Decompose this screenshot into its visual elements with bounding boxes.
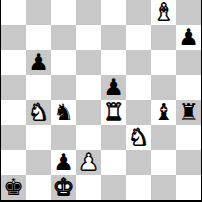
black-pawn-piece: ♟: [28, 50, 49, 75]
square-b7[interactable]: [26, 25, 51, 50]
square-g1[interactable]: [151, 175, 176, 200]
square-e7[interactable]: [101, 25, 126, 50]
square-d3[interactable]: [76, 125, 101, 150]
square-h1[interactable]: [176, 175, 201, 200]
white-knight-piece: ♞: [128, 125, 149, 150]
square-g3[interactable]: [151, 125, 176, 150]
square-c8[interactable]: [51, 0, 76, 25]
square-e6[interactable]: [101, 50, 126, 75]
black-pawn-piece: ♟: [53, 150, 74, 175]
black-pawn-piece: ♟: [103, 75, 124, 100]
chess-board-grid: ♝♟♟♟♞♞♜♝♜♞♟♟♚♚: [1, 0, 201, 200]
square-c7[interactable]: [51, 25, 76, 50]
square-a4[interactable]: [1, 100, 26, 125]
white-rook-piece: ♜: [103, 100, 124, 125]
square-f1[interactable]: [126, 175, 151, 200]
black-knight-piece: ♞: [53, 100, 74, 125]
square-a1[interactable]: ♚: [1, 175, 26, 200]
black-bishop-piece: ♝: [153, 100, 174, 125]
square-e8[interactable]: [101, 0, 126, 25]
square-b1[interactable]: [26, 175, 51, 200]
square-g7[interactable]: [151, 25, 176, 50]
square-g8[interactable]: ♝: [151, 0, 176, 25]
square-c5[interactable]: [51, 75, 76, 100]
square-d1[interactable]: [76, 175, 101, 200]
square-e1[interactable]: [101, 175, 126, 200]
square-a3[interactable]: [1, 125, 26, 150]
square-g4[interactable]: ♝: [151, 100, 176, 125]
white-king-piece: ♚: [53, 175, 74, 200]
square-h8[interactable]: [176, 0, 201, 25]
white-knight-piece: ♞: [28, 100, 49, 125]
square-h6[interactable]: [176, 50, 201, 75]
square-e5[interactable]: ♟: [101, 75, 126, 100]
square-f2[interactable]: [126, 150, 151, 175]
square-c4[interactable]: ♞: [51, 100, 76, 125]
square-h3[interactable]: [176, 125, 201, 150]
square-f4[interactable]: [126, 100, 151, 125]
square-d4[interactable]: [76, 100, 101, 125]
square-d5[interactable]: [76, 75, 101, 100]
square-h4[interactable]: ♜: [176, 100, 201, 125]
square-b2[interactable]: [26, 150, 51, 175]
black-rook-piece: ♜: [178, 100, 199, 125]
square-a2[interactable]: [1, 150, 26, 175]
square-d2[interactable]: ♟: [76, 150, 101, 175]
white-pawn-piece: ♟: [78, 150, 99, 175]
black-pawn-piece: ♟: [178, 25, 199, 50]
square-f3[interactable]: ♞: [126, 125, 151, 150]
square-a8[interactable]: [1, 0, 26, 25]
square-d6[interactable]: [76, 50, 101, 75]
square-b6[interactable]: ♟: [26, 50, 51, 75]
square-c3[interactable]: [51, 125, 76, 150]
square-a5[interactable]: [1, 75, 26, 100]
square-e3[interactable]: [101, 125, 126, 150]
white-bishop-piece: ♝: [153, 0, 174, 25]
square-e4[interactable]: ♜: [101, 100, 126, 125]
square-f6[interactable]: [126, 50, 151, 75]
square-b4[interactable]: ♞: [26, 100, 51, 125]
square-f5[interactable]: [126, 75, 151, 100]
square-c1[interactable]: ♚: [51, 175, 76, 200]
square-f8[interactable]: [126, 0, 151, 25]
square-b3[interactable]: [26, 125, 51, 150]
square-d7[interactable]: [76, 25, 101, 50]
chess-board: ♝♟♟♟♞♞♜♝♜♞♟♟♚♚: [0, 0, 202, 202]
square-g5[interactable]: [151, 75, 176, 100]
square-e2[interactable]: [101, 150, 126, 175]
square-d8[interactable]: [76, 0, 101, 25]
square-b5[interactable]: [26, 75, 51, 100]
square-h2[interactable]: [176, 150, 201, 175]
square-a7[interactable]: [1, 25, 26, 50]
square-b8[interactable]: [26, 0, 51, 25]
square-h7[interactable]: ♟: [176, 25, 201, 50]
square-f7[interactable]: [126, 25, 151, 50]
square-g6[interactable]: [151, 50, 176, 75]
black-king-piece: ♚: [3, 175, 24, 200]
square-g2[interactable]: [151, 150, 176, 175]
square-c6[interactable]: [51, 50, 76, 75]
square-h5[interactable]: [176, 75, 201, 100]
square-a6[interactable]: [1, 50, 26, 75]
square-c2[interactable]: ♟: [51, 150, 76, 175]
